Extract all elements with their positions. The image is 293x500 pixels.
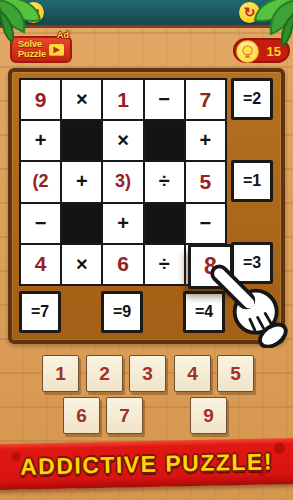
grid-cell-r3c2: + [62, 162, 101, 201]
grid-cell-r3c1: (2 [21, 162, 60, 201]
black-cell-r2c2 [62, 121, 101, 160]
grid-cell-r4c1: − [21, 204, 60, 243]
banner-ribbon: ADDICTIVE PUZZLE! [0, 438, 293, 490]
grid-cell-r1c1: 9 [21, 80, 60, 119]
result-cell-col3: =9 [101, 291, 143, 333]
grid-cell-r2c5: + [186, 121, 225, 160]
grid-cell-r4c5: − [186, 204, 225, 243]
tray-tile-2[interactable]: 2 [86, 355, 123, 392]
leaves-decoration-left [0, 0, 46, 46]
grid-cell-r3c5: 5 [186, 162, 225, 201]
tray-tile-4[interactable]: 4 [174, 355, 211, 392]
tray-tile-6[interactable]: 6 [63, 397, 100, 434]
tray-tile-1[interactable]: 1 [42, 355, 79, 392]
video-ad-icon: ▶ [49, 44, 64, 56]
tray-tile-7[interactable]: 7 [106, 397, 143, 434]
result-cell-col1: =7 [19, 291, 61, 333]
hand-pointer-icon [205, 262, 293, 348]
result-cell-row1: =2 [231, 78, 273, 120]
grid-cell-r1c2: × [62, 80, 101, 119]
grid-cell-r3c4: ÷ [145, 162, 184, 201]
grid-cell-r2c3: × [103, 121, 142, 160]
black-cell-r4c4 [145, 204, 184, 243]
grid-cell-r3c3: 3) [103, 162, 142, 201]
grid-cell-r5c4: ÷ [145, 245, 184, 284]
grid-cell-r1c5: 7 [186, 80, 225, 119]
grid-cell-r1c3: 1 [103, 80, 142, 119]
result-cell-row3: =1 [231, 160, 273, 202]
grid-cell-r1c4: − [145, 80, 184, 119]
grid-cell-r5c2: × [62, 245, 101, 284]
leaves-decoration-right [249, 0, 293, 48]
tray-tile-3[interactable]: 3 [129, 355, 166, 392]
grid-cell-r5c3: 6 [103, 245, 142, 284]
black-cell-r2c4 [145, 121, 184, 160]
black-cell-r4c2 [62, 204, 101, 243]
ad-label: Ad [57, 30, 69, 40]
grid-cell-r5c1: 4 [21, 245, 60, 284]
play-icon: ▶ [53, 45, 59, 54]
banner-text: ADDICTIVE PUZZLE! [20, 448, 273, 480]
game-screen: Level 134 ↩ ↻ Ad Solve Puzzle ▶ 15 9 [0, 0, 293, 500]
grid-cell-r2c1: + [21, 121, 60, 160]
tray-tile-9[interactable]: 9 [190, 397, 227, 434]
tray-tile-5[interactable]: 5 [217, 355, 254, 392]
grid-cell-r4c3: + [103, 204, 142, 243]
